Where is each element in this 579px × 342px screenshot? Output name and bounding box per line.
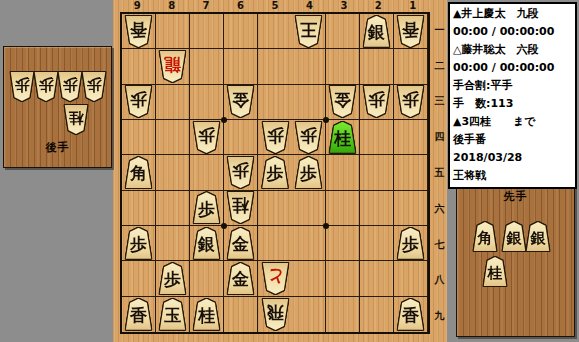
shogi-piece-gote-歩[interactable]: 歩 [363, 86, 390, 117]
piece-glyph: 歩 [14, 78, 29, 93]
shogi-piece-sente-歩[interactable]: 歩 [193, 192, 220, 223]
board-cell-2-5[interactable] [360, 155, 394, 190]
rank-label: 六 [432, 191, 447, 227]
board-cell-2-3[interactable]: 歩 [360, 85, 394, 120]
rank-label: 三 [432, 84, 447, 120]
board-cell-9-6[interactable] [122, 191, 156, 226]
board-cell-7-8[interactable] [190, 261, 224, 296]
shogi-piece-sente-金[interactable]: 金 [227, 228, 254, 259]
board-cell-8-3[interactable] [156, 85, 190, 120]
board-cell-7-5[interactable] [190, 155, 224, 190]
piece-glyph: 歩 [130, 236, 147, 253]
shogi-board: 香王銀香龍歩金金歩歩歩歩歩桂角歩歩歩歩桂歩銀金歩歩金と香玉桂飛香 [120, 12, 430, 334]
piece-glyph: 玉 [164, 307, 181, 324]
board-panel: 987654321 香王銀香龍歩金金歩歩歩歩歩桂角歩歩歩歩桂歩銀金歩歩金と香玉桂… [113, 0, 447, 342]
board-cell-1-3[interactable]: 歩 [394, 85, 428, 120]
star-point [221, 117, 227, 123]
piece-glyph: 桂 [68, 111, 83, 126]
board-cell-5-4[interactable]: 歩 [258, 120, 292, 155]
star-point [323, 117, 329, 123]
board-cell-6-4[interactable] [224, 120, 258, 155]
file-label: 9 [120, 0, 154, 11]
board-cell-4-4[interactable]: 歩 [292, 120, 326, 155]
board-cell-5-5[interactable]: 歩 [258, 155, 292, 190]
piece-glyph: 歩 [164, 271, 181, 288]
board-cell-1-7[interactable]: 歩 [394, 226, 428, 261]
board-cell-1-4[interactable] [394, 120, 428, 155]
shogi-piece-gote-歩[interactable]: 歩 [82, 72, 106, 101]
piece-glyph: 歩 [267, 127, 284, 144]
board-cell-8-8[interactable]: 歩 [156, 261, 190, 296]
shogi-piece-sente-銀[interactable]: 銀 [193, 228, 220, 259]
piece-glyph: 歩 [300, 127, 317, 144]
piece-glyph: 香 [130, 21, 147, 38]
board-cell-3-1[interactable] [326, 14, 360, 49]
rank-label: 一 [432, 12, 447, 48]
rank-label: 五 [432, 155, 447, 191]
gote-hand-tray: 歩歩歩歩桂 後手 [3, 46, 112, 168]
board-cell-7-4[interactable]: 歩 [190, 120, 224, 155]
board-cell-1-6[interactable] [394, 191, 428, 226]
shogi-piece-gote-歩[interactable]: 歩 [58, 72, 82, 101]
board-cell-4-8[interactable] [292, 261, 326, 296]
board-cell-2-9[interactable] [360, 297, 394, 332]
board-cell-8-7[interactable] [156, 226, 190, 261]
board-cell-6-9[interactable] [224, 297, 258, 332]
board-cell-3-8[interactable] [326, 261, 360, 296]
shogi-piece-gote-龍[interactable]: 龍 [159, 51, 186, 82]
file-label: 8 [154, 0, 188, 11]
board-cell-6-5[interactable]: 歩 [224, 155, 258, 190]
board-cell-4-7[interactable] [292, 226, 326, 261]
board-cell-6-6[interactable]: 桂 [224, 191, 258, 226]
shogi-piece-gote-歩[interactable]: 歩 [295, 122, 322, 153]
board-cell-2-7[interactable] [360, 226, 394, 261]
board-cell-7-9[interactable]: 桂 [190, 297, 224, 332]
board-cell-8-9[interactable]: 玉 [156, 297, 190, 332]
shogi-piece-gote-香[interactable]: 香 [397, 16, 424, 47]
shogi-piece-sente-金[interactable]: 金 [227, 263, 254, 294]
file-label: 1 [396, 0, 430, 11]
info-line: △藤井聡太 六段 [453, 41, 572, 59]
file-label: 2 [361, 0, 395, 11]
piece-glyph: 金 [334, 92, 351, 109]
board-cell-1-2[interactable] [394, 49, 428, 84]
board-cell-1-1[interactable]: 香 [394, 14, 428, 49]
rank-label: 四 [432, 119, 447, 155]
shogi-piece-gote-歩[interactable]: 歩 [227, 157, 254, 188]
shogi-piece-sente-香[interactable]: 香 [125, 299, 152, 330]
board-cell-9-8[interactable] [122, 261, 156, 296]
piece-glyph: 角 [478, 231, 493, 246]
info-line: 00:00 / 00:00:00 [453, 59, 572, 77]
piece-glyph: 歩 [198, 127, 215, 144]
shogi-piece-sente-角[interactable]: 角 [473, 222, 497, 251]
piece-glyph: 香 [402, 21, 419, 38]
piece-glyph: と [266, 268, 283, 285]
board-cell-3-7[interactable] [326, 226, 360, 261]
board-cell-4-2[interactable] [292, 49, 326, 84]
shogi-piece-gote-歩[interactable]: 歩 [34, 72, 58, 101]
info-line: 後手番 [453, 131, 572, 149]
piece-glyph: 歩 [62, 78, 77, 93]
board-cell-1-8[interactable] [394, 261, 428, 296]
star-point [323, 223, 329, 229]
board-cell-4-3[interactable] [292, 85, 326, 120]
shogi-piece-sente-歩[interactable]: 歩 [397, 228, 424, 259]
rank-label: 七 [432, 227, 447, 263]
board-cell-8-5[interactable] [156, 155, 190, 190]
piece-glyph: 歩 [38, 78, 53, 93]
gote-hand-row: 桂 [4, 105, 111, 134]
board-cell-3-9[interactable] [326, 297, 360, 332]
info-line: 2018/03/28 [453, 149, 572, 167]
piece-glyph: 飛 [267, 304, 284, 321]
file-label: 3 [327, 0, 361, 11]
piece-glyph: 歩 [402, 236, 419, 253]
board-cell-4-5[interactable]: 歩 [292, 155, 326, 190]
board-cell-2-8[interactable] [360, 261, 394, 296]
piece-glyph: 銀 [507, 231, 522, 246]
shogi-piece-sente-角[interactable]: 角 [125, 157, 152, 188]
piece-glyph: 銀 [531, 231, 546, 246]
piece-glyph: 歩 [402, 92, 419, 109]
board-cell-1-5[interactable] [394, 155, 428, 190]
piece-glyph: 金 [232, 236, 249, 253]
shogi-piece-sente-歩[interactable]: 歩 [262, 157, 289, 188]
shogi-piece-gote-歩[interactable]: 歩 [125, 86, 152, 117]
piece-glyph: 香 [130, 307, 147, 324]
shogi-piece-sente-桂[interactable]: 桂 [193, 299, 220, 330]
piece-glyph: 歩 [232, 162, 249, 179]
board-cell-5-9[interactable]: 飛 [258, 297, 292, 332]
shogi-piece-gote-桂[interactable]: 桂 [64, 105, 88, 134]
info-line: ▲井上慶太 九段 [453, 5, 572, 23]
board-cell-8-1[interactable] [156, 14, 190, 49]
piece-glyph: 桂 [488, 266, 503, 281]
piece-glyph: 歩 [368, 92, 385, 109]
shogi-app: { "game": "shogi", "position": { "sfen":… [0, 0, 579, 342]
shogi-piece-gote-歩[interactable]: 歩 [193, 122, 220, 153]
piece-glyph: 歩 [267, 165, 284, 182]
info-line: 王将戦 [453, 167, 572, 185]
rank-coordinates: 一二三四五六七八九 [432, 12, 447, 334]
shogi-piece-gote-歩[interactable]: 歩 [397, 86, 424, 117]
shogi-piece-sente-香[interactable]: 香 [397, 299, 424, 330]
info-line: 手 数:113 [453, 95, 572, 113]
sente-label: 先手 [457, 189, 574, 204]
board-cell-6-2[interactable] [224, 49, 258, 84]
shogi-piece-sente-桂[interactable]: 桂 [483, 257, 507, 286]
shogi-piece-gote-金[interactable]: 金 [329, 86, 356, 117]
file-label: 4 [292, 0, 326, 11]
board-cell-2-6[interactable] [360, 191, 394, 226]
shogi-piece-sente-玉[interactable]: 玉 [159, 299, 186, 330]
shogi-piece-sente-歩[interactable]: 歩 [159, 263, 186, 294]
piece-glyph: 歩 [86, 78, 101, 93]
board-cell-3-6[interactable] [326, 191, 360, 226]
board-cell-5-2[interactable] [258, 49, 292, 84]
board-cell-2-2[interactable] [360, 49, 394, 84]
board-cell-5-3[interactable] [258, 85, 292, 120]
sente-hand-row: 桂 [457, 257, 574, 286]
board-cell-8-2[interactable]: 龍 [156, 49, 190, 84]
piece-glyph: 金 [232, 92, 249, 109]
board-cell-5-7[interactable] [258, 226, 292, 261]
board-cell-5-8[interactable]: と [258, 261, 292, 296]
shogi-piece-gote-香[interactable]: 香 [125, 16, 152, 47]
piece-glyph: 歩 [198, 201, 215, 218]
board-cell-5-1[interactable] [258, 14, 292, 49]
board-cell-9-7[interactable]: 歩 [122, 226, 156, 261]
rank-label: 九 [432, 298, 447, 334]
board-cell-7-6[interactable]: 歩 [190, 191, 224, 226]
board-cell-7-7[interactable]: 銀 [190, 226, 224, 261]
shogi-piece-gote-桂[interactable]: 桂 [227, 192, 254, 223]
board-cell-2-1[interactable]: 銀 [360, 14, 394, 49]
shogi-piece-sente-銀[interactable]: 銀 [363, 16, 390, 47]
board-cell-7-2[interactable] [190, 49, 224, 84]
star-point [221, 223, 227, 229]
board-cell-6-1[interactable] [224, 14, 258, 49]
board-cell-6-8[interactable]: 金 [224, 261, 258, 296]
shogi-piece-gote-と[interactable]: と [262, 263, 289, 294]
shogi-piece-gote-金[interactable]: 金 [227, 86, 254, 117]
sente-hand-row: 角銀銀 [457, 222, 574, 251]
game-info-panel: ▲井上慶太 九段00:00 / 00:00:00△藤井聡太 六段00:00 / … [448, 2, 577, 189]
shogi-piece-sente-銀[interactable]: 銀 [502, 222, 526, 251]
board-cell-9-2[interactable] [122, 49, 156, 84]
shogi-piece-sente-銀[interactable]: 銀 [526, 222, 550, 251]
board-cell-3-3[interactable]: 金 [326, 85, 360, 120]
board-cell-5-6[interactable] [258, 191, 292, 226]
piece-glyph: 桂 [198, 307, 215, 324]
board-cell-3-2[interactable] [326, 49, 360, 84]
piece-glyph: 桂 [232, 198, 249, 215]
info-line: 手合割:平手 [453, 77, 572, 95]
piece-glyph: 桂 [334, 130, 351, 147]
board-cell-9-3[interactable]: 歩 [122, 85, 156, 120]
board-cell-2-4[interactable] [360, 120, 394, 155]
piece-glyph: 金 [232, 271, 249, 288]
board-cell-4-6[interactable] [292, 191, 326, 226]
piece-glyph: 角 [130, 165, 147, 182]
file-label: 5 [258, 0, 292, 11]
gote-hand-row: 歩歩歩歩 [4, 72, 111, 101]
board-cell-9-5[interactable]: 角 [122, 155, 156, 190]
piece-glyph: 銀 [368, 24, 385, 41]
board-cell-9-9[interactable]: 香 [122, 297, 156, 332]
file-label: 7 [189, 0, 223, 11]
board-cell-8-6[interactable] [156, 191, 190, 226]
gote-label: 後手 [4, 140, 111, 155]
shogi-piece-gote-飛[interactable]: 飛 [262, 299, 289, 330]
rank-label: 二 [432, 48, 447, 84]
shogi-piece-gote-歩[interactable]: 歩 [10, 72, 34, 101]
shogi-piece-sente-歩[interactable]: 歩 [295, 157, 322, 188]
gote-hand-pieces: 歩歩歩歩桂 [4, 72, 111, 134]
board-cell-6-7[interactable]: 金 [224, 226, 258, 261]
board-cell-7-3[interactable] [190, 85, 224, 120]
shogi-piece-sente-桂[interactable]: 桂 [329, 122, 356, 153]
file-label: 6 [223, 0, 257, 11]
info-line: ▲3四桂 まで [453, 113, 572, 131]
board-cell-8-4[interactable] [156, 120, 190, 155]
board-cell-9-4[interactable] [122, 120, 156, 155]
board-cell-3-4[interactable]: 桂 [326, 120, 360, 155]
shogi-piece-gote-歩[interactable]: 歩 [262, 122, 289, 153]
piece-glyph: 王 [300, 21, 317, 38]
sente-hand-tray: 先手 角銀銀桂 [456, 185, 575, 337]
rank-label: 八 [432, 262, 447, 298]
shogi-piece-sente-歩[interactable]: 歩 [125, 228, 152, 259]
info-line: 00:00 / 00:00:00 [453, 23, 572, 41]
board-cell-3-5[interactable] [326, 155, 360, 190]
piece-glyph: 香 [402, 307, 419, 324]
shogi-piece-gote-王[interactable]: 王 [295, 16, 322, 47]
piece-glyph: 龍 [164, 56, 181, 73]
board-cell-9-1[interactable]: 香 [122, 14, 156, 49]
board-cell-4-1[interactable]: 王 [292, 14, 326, 49]
board-cell-6-3[interactable]: 金 [224, 85, 258, 120]
board-cell-7-1[interactable] [190, 14, 224, 49]
file-coordinates: 987654321 [120, 0, 430, 11]
piece-glyph: 歩 [300, 165, 317, 182]
piece-glyph: 銀 [198, 236, 215, 253]
board-cell-1-9[interactable]: 香 [394, 297, 428, 332]
board-cell-4-9[interactable] [292, 297, 326, 332]
piece-glyph: 歩 [130, 92, 147, 109]
